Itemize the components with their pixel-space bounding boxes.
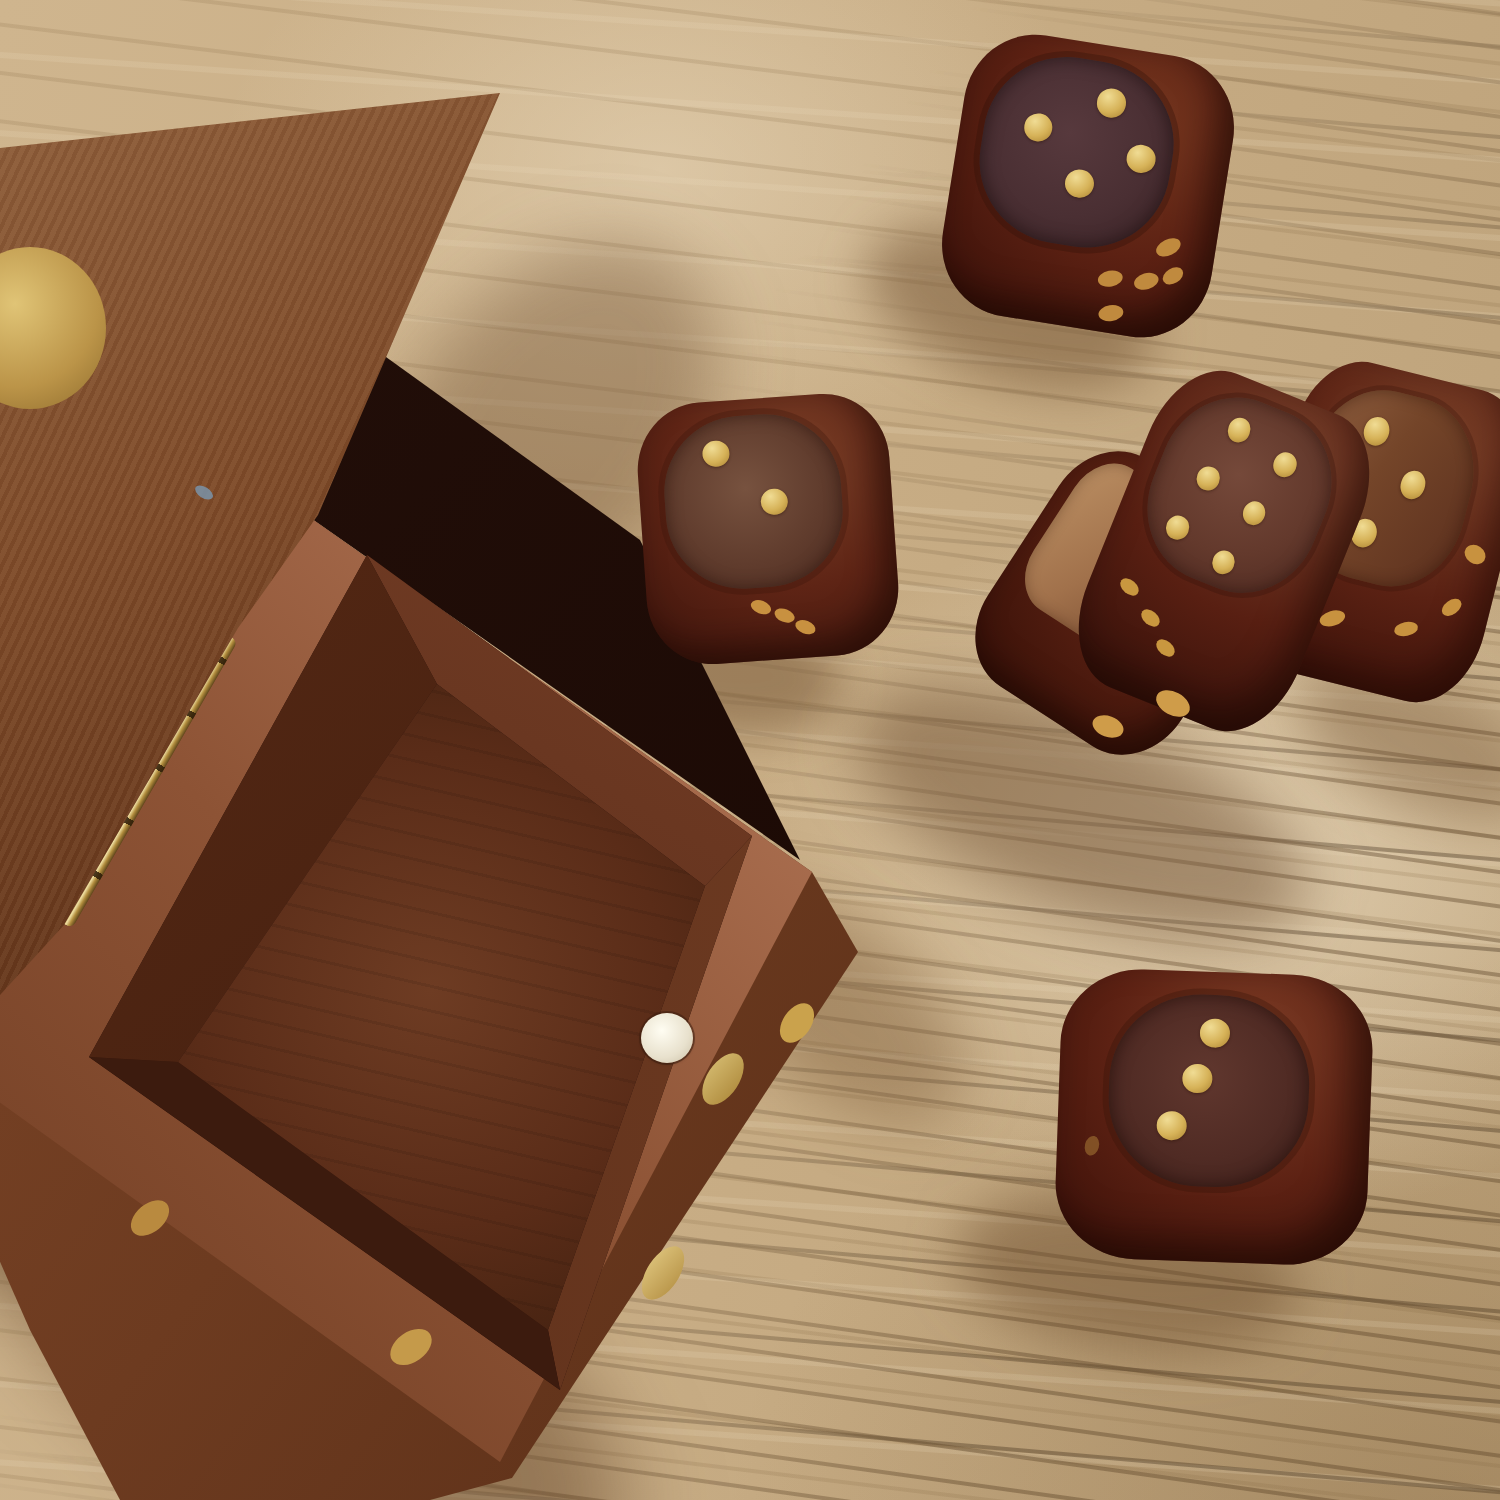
dice-table-scene	[0, 0, 1500, 1500]
die-showing-two	[633, 390, 903, 669]
pip	[1182, 1064, 1213, 1094]
die-showing-four-top	[931, 24, 1244, 347]
pip	[703, 440, 730, 467]
pip	[761, 488, 788, 515]
die-top-face	[659, 409, 847, 594]
pip	[1208, 547, 1238, 578]
pip	[1125, 143, 1158, 175]
pip	[1095, 87, 1128, 119]
pip-group	[662, 412, 844, 591]
pip	[1199, 1019, 1230, 1049]
die-top-face	[968, 45, 1185, 260]
pip	[1022, 111, 1055, 143]
pip	[1063, 167, 1096, 199]
pip	[1239, 498, 1269, 529]
pip-group	[1106, 992, 1312, 1190]
die-top-face	[1106, 992, 1312, 1190]
magnet-clasp	[641, 1013, 693, 1063]
pip-group	[968, 45, 1185, 260]
pip	[1156, 1111, 1187, 1141]
pip	[1270, 449, 1300, 480]
pip	[1193, 463, 1223, 494]
pip	[1163, 512, 1193, 543]
die-showing-three	[1053, 967, 1375, 1268]
pip	[1397, 468, 1430, 503]
pip	[1224, 414, 1254, 445]
